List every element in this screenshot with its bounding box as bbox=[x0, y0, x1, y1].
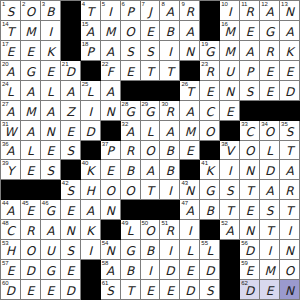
grid-cell-r10c4[interactable]: 42S bbox=[61, 180, 81, 200]
grid-cell-r7c8[interactable]: L bbox=[141, 121, 161, 141]
grid-cell-r13c7[interactable]: G bbox=[121, 240, 141, 260]
grid-cell-r5c4[interactable]: A bbox=[61, 81, 81, 101]
grid-cell-r12c3[interactable]: A bbox=[41, 220, 61, 240]
grid-cell-r10c11[interactable]: G bbox=[200, 180, 220, 200]
cell-letter: B bbox=[160, 144, 179, 160]
grid-cell-r14c13[interactable]: 59E bbox=[240, 260, 260, 280]
grid-cell-r14c9[interactable]: D bbox=[160, 260, 180, 280]
grid-cell-r5c13[interactable]: S bbox=[240, 81, 260, 101]
grid-cell-r2c6[interactable]: M bbox=[101, 21, 121, 41]
grid-cell-r3c13[interactable]: A bbox=[240, 41, 260, 61]
grid-cell-r1c3[interactable]: 3B bbox=[41, 1, 61, 21]
grid-cell-r1c5[interactable]: 4T bbox=[81, 1, 101, 21]
cell-letter: S bbox=[141, 44, 160, 60]
grid-cell-r13c15[interactable]: N bbox=[280, 240, 300, 260]
cell-letter: H bbox=[81, 183, 100, 199]
grid-cell-r14c14[interactable]: M bbox=[260, 260, 280, 280]
cell-letter: E bbox=[121, 64, 140, 80]
grid-cell-r7c2[interactable]: A bbox=[21, 121, 41, 141]
grid-cell-r12c15[interactable]: I bbox=[280, 220, 300, 240]
grid-cell-r2c13[interactable]: E bbox=[240, 21, 260, 41]
cell-letter: G bbox=[141, 104, 160, 120]
grid-cell-r12c8[interactable]: 50O bbox=[141, 220, 161, 240]
grid-cell-r11c6[interactable]: N bbox=[101, 200, 121, 220]
grid-cell-r1c15[interactable]: 13N bbox=[280, 1, 300, 21]
cell-letter: L bbox=[260, 144, 279, 160]
grid-cell-r15c15[interactable]: N bbox=[280, 280, 300, 300]
cell-letter: P bbox=[240, 64, 259, 80]
grid-cell-r5c12[interactable]: N bbox=[220, 81, 240, 101]
grid-cell-r11c10[interactable]: 47A bbox=[180, 200, 200, 220]
cell-letter: E bbox=[101, 163, 120, 179]
grid-cell-r12c4[interactable]: N bbox=[61, 220, 81, 240]
grid-cell-r12c12[interactable]: 52A bbox=[220, 220, 240, 240]
grid-cell-r3c1[interactable]: 17E bbox=[1, 41, 21, 61]
grid-cell-r3c10[interactable]: N bbox=[180, 41, 200, 61]
grid-cell-r15c14[interactable]: E bbox=[260, 280, 280, 300]
cell-letter: S bbox=[101, 283, 120, 299]
cell-letter: E bbox=[240, 263, 259, 279]
cell-letter: L bbox=[200, 243, 219, 259]
grid-cell-r13c3[interactable]: U bbox=[41, 240, 61, 260]
grid-cell-r1c12[interactable]: 10I bbox=[220, 1, 240, 21]
grid-cell-r10c12[interactable]: S bbox=[220, 180, 240, 200]
cell-letter: E bbox=[21, 163, 40, 179]
black-square bbox=[121, 81, 141, 101]
grid-cell-r4c6[interactable]: 22F bbox=[101, 61, 121, 81]
grid-cell-r1c6[interactable]: 5I bbox=[101, 1, 121, 21]
cell-letter: B bbox=[121, 163, 140, 179]
grid-cell-r2c5[interactable]: 15A bbox=[81, 21, 101, 41]
grid-cell-r11c1[interactable]: 44A bbox=[1, 200, 21, 220]
grid-cell-r7c15[interactable]: 35S bbox=[280, 121, 300, 141]
grid-cell-r1c8[interactable]: 7J bbox=[141, 1, 161, 21]
cell-letter: I bbox=[41, 24, 60, 40]
cell-letter: N bbox=[240, 163, 259, 179]
grid-cell-r15c4[interactable]: D bbox=[61, 280, 81, 300]
grid-cell-r14c4[interactable]: E bbox=[61, 260, 81, 280]
grid-cell-r6c4[interactable]: Z bbox=[61, 101, 81, 121]
cell-letter: R bbox=[21, 223, 40, 239]
grid-cell-r10c5[interactable]: H bbox=[81, 180, 101, 200]
cell-letter: T bbox=[160, 64, 179, 80]
grid-cell-r10c6[interactable]: O bbox=[101, 180, 121, 200]
grid-cell-r6c11[interactable]: C bbox=[200, 101, 220, 121]
grid-cell-r9c15[interactable]: A bbox=[280, 160, 300, 180]
grid-cell-r5c6[interactable]: A bbox=[101, 81, 121, 101]
cell-letter: T bbox=[141, 64, 160, 80]
grid-cell-r5c14[interactable]: E bbox=[260, 81, 280, 101]
grid-cell-r3c3[interactable]: K bbox=[41, 41, 61, 61]
cell-letter: S bbox=[260, 203, 279, 219]
cell-letter: G bbox=[41, 263, 60, 279]
cell-letter: K bbox=[280, 44, 299, 60]
cell-letter: E bbox=[141, 24, 160, 40]
cell-letter: R bbox=[160, 223, 179, 239]
black-square bbox=[200, 220, 220, 240]
grid-cell-r3c2[interactable]: E bbox=[21, 41, 41, 61]
grid-cell-r8c14[interactable]: L bbox=[260, 141, 280, 161]
cell-letter: E bbox=[21, 283, 40, 299]
cell-letter: A bbox=[260, 4, 279, 20]
grid-cell-r6c8[interactable]: 29G bbox=[141, 101, 161, 121]
grid-cell-r2c1[interactable]: 14T bbox=[1, 21, 21, 41]
cell-letter: A bbox=[41, 223, 60, 239]
grid-cell-r6c9[interactable]: 30R bbox=[160, 101, 180, 121]
cell-letter: E bbox=[200, 84, 219, 100]
grid-cell-r10c13[interactable]: T bbox=[240, 180, 260, 200]
grid-cell-r7c14[interactable]: 34O bbox=[260, 121, 280, 141]
cell-letter: L bbox=[121, 223, 140, 239]
grid-cell-r4c14[interactable]: E bbox=[260, 61, 280, 81]
cell-letter: E bbox=[141, 283, 160, 299]
grid-cell-r13c11[interactable]: 55L bbox=[200, 240, 220, 260]
black-square bbox=[220, 121, 240, 141]
grid-cell-r14c10[interactable]: E bbox=[180, 260, 200, 280]
cell-letter: N bbox=[61, 223, 80, 239]
cell-letter: N bbox=[220, 84, 239, 100]
grid-cell-r9c2[interactable]: E bbox=[21, 160, 41, 180]
grid-cell-r4c11[interactable]: 23R bbox=[200, 61, 220, 81]
grid-cell-r15c8[interactable]: E bbox=[141, 280, 161, 300]
grid-cell-r1c9[interactable]: 8A bbox=[160, 1, 180, 21]
black-square bbox=[41, 180, 61, 200]
grid-cell-r12c10[interactable]: I bbox=[180, 220, 200, 240]
grid-cell-r5c10[interactable]: 26T bbox=[180, 81, 200, 101]
grid-cell-r13c14[interactable]: I bbox=[260, 240, 280, 260]
grid-cell-r11c15[interactable]: T bbox=[280, 200, 300, 220]
cell-letter: E bbox=[41, 144, 60, 160]
grid-cell-r4c7[interactable]: E bbox=[121, 61, 141, 81]
grid-cell-r4c1[interactable]: 20A bbox=[1, 61, 21, 81]
grid-cell-r2c2[interactable]: M bbox=[21, 21, 41, 41]
grid-cell-r14c8[interactable]: I bbox=[141, 260, 161, 280]
cell-letter: G bbox=[260, 24, 279, 40]
grid-cell-r8c7[interactable]: R bbox=[121, 141, 141, 161]
cell-letter: T bbox=[141, 183, 160, 199]
cell-letter: E bbox=[280, 64, 299, 80]
grid-cell-r14c7[interactable]: B bbox=[121, 260, 141, 280]
grid-cell-r13c9[interactable]: I bbox=[160, 240, 180, 260]
grid-cell-r9c6[interactable]: E bbox=[101, 160, 121, 180]
grid-cell-r10c8[interactable]: T bbox=[141, 180, 161, 200]
grid-cell-r10c10[interactable]: 43N bbox=[180, 180, 200, 200]
grid-cell-r4c9[interactable]: T bbox=[160, 61, 180, 81]
grid-cell-r8c12[interactable]: 38V bbox=[220, 141, 240, 161]
grid-cell-r13c5[interactable]: I bbox=[81, 240, 101, 260]
cell-letter: A bbox=[220, 223, 239, 239]
grid-cell-r4c2[interactable]: G bbox=[21, 61, 41, 81]
cell-letter: I bbox=[280, 223, 299, 239]
grid-cell-r8c9[interactable]: B bbox=[160, 141, 180, 161]
cell-letter: D bbox=[200, 263, 219, 279]
cell-letter: T bbox=[220, 203, 239, 219]
grid-cell-r9c11[interactable]: 41K bbox=[200, 160, 220, 180]
grid-cell-r8c3[interactable]: E bbox=[41, 141, 61, 161]
cell-letter: Y bbox=[1, 163, 20, 179]
grid-cell-r8c13[interactable]: O bbox=[240, 141, 260, 161]
grid-cell-r7c4[interactable]: E bbox=[61, 121, 81, 141]
black-square bbox=[21, 180, 41, 200]
grid-cell-r9c5[interactable]: 40K bbox=[81, 160, 101, 180]
black-square bbox=[121, 200, 141, 220]
grid-cell-r12c9[interactable]: 51R bbox=[160, 220, 180, 240]
grid-cell-r11c4[interactable]: E bbox=[61, 200, 81, 220]
grid-cell-r7c7[interactable]: 32A bbox=[121, 121, 141, 141]
grid-cell-r9c9[interactable]: B bbox=[160, 160, 180, 180]
grid-cell-r6c5[interactable]: I bbox=[81, 101, 101, 121]
grid-cell-r5c1[interactable]: 24L bbox=[1, 81, 21, 101]
grid-cell-r6c6[interactable]: N bbox=[101, 101, 121, 121]
grid-cell-r3c14[interactable]: R bbox=[260, 41, 280, 61]
grid-cell-r13c1[interactable]: 53H bbox=[1, 240, 21, 260]
grid-cell-r5c15[interactable]: D bbox=[280, 81, 300, 101]
grid-cell-r14c11[interactable]: D bbox=[200, 260, 220, 280]
grid-cell-r11c2[interactable]: 45E bbox=[21, 200, 41, 220]
cell-letter: E bbox=[180, 144, 199, 160]
grid-cell-r2c10[interactable]: A bbox=[180, 21, 200, 41]
grid-cell-r9c8[interactable]: A bbox=[141, 160, 161, 180]
cell-letter: S bbox=[200, 283, 219, 299]
cell-letter: S bbox=[280, 124, 299, 140]
grid-cell-r12c1[interactable]: 48C bbox=[1, 220, 21, 240]
grid-cell-r9c13[interactable]: N bbox=[240, 160, 260, 180]
grid-cell-r12c13[interactable]: N bbox=[240, 220, 260, 240]
grid-cell-r12c14[interactable]: T bbox=[260, 220, 280, 240]
grid-cell-r4c3[interactable]: E bbox=[41, 61, 61, 81]
cell-letter: I bbox=[160, 183, 179, 199]
grid-cell-r10c15[interactable]: R bbox=[280, 180, 300, 200]
cell-letter: I bbox=[160, 44, 179, 60]
cell-letter: D bbox=[61, 283, 80, 299]
grid-cell-r4c13[interactable]: P bbox=[240, 61, 260, 81]
grid-cell-r9c3[interactable]: S bbox=[41, 160, 61, 180]
cell-letter: I bbox=[220, 4, 239, 20]
cell-letter: U bbox=[220, 64, 239, 80]
grid-cell-r2c8[interactable]: E bbox=[141, 21, 161, 41]
cell-letter: D bbox=[240, 243, 259, 259]
cell-letter: L bbox=[1, 84, 20, 100]
grid-cell-r1c10[interactable]: 9R bbox=[180, 1, 200, 21]
grid-cell-r15c9[interactable]: E bbox=[160, 280, 180, 300]
grid-cell-r13c8[interactable]: B bbox=[141, 240, 161, 260]
grid-cell-r14c15[interactable]: O bbox=[280, 260, 300, 280]
grid-cell-r13c4[interactable]: S bbox=[61, 240, 81, 260]
grid-cell-r12c5[interactable]: K bbox=[81, 220, 101, 240]
grid-cell-r2c14[interactable]: G bbox=[260, 21, 280, 41]
cell-letter: G bbox=[121, 104, 140, 120]
grid-cell-r12c2[interactable]: R bbox=[21, 220, 41, 240]
cell-letter: T bbox=[260, 223, 279, 239]
grid-cell-r2c15[interactable]: A bbox=[280, 21, 300, 41]
grid-cell-r5c11[interactable]: E bbox=[200, 81, 220, 101]
grid-cell-r3c12[interactable]: M bbox=[220, 41, 240, 61]
grid-cell-r14c3[interactable]: G bbox=[41, 260, 61, 280]
cell-letter: E bbox=[41, 64, 60, 80]
grid-cell-r4c4[interactable]: 21D bbox=[61, 61, 81, 81]
grid-cell-r11c3[interactable]: 46G bbox=[41, 200, 61, 220]
grid-cell-r15c3[interactable]: E bbox=[41, 280, 61, 300]
cell-letter: E bbox=[21, 203, 40, 219]
grid-cell-r4c12[interactable]: U bbox=[220, 61, 240, 81]
grid-cell-r7c13[interactable]: 33C bbox=[240, 121, 260, 141]
grid-cell-r9c12[interactable]: I bbox=[220, 160, 240, 180]
cell-letter: E bbox=[260, 84, 279, 100]
grid-cell-r1c13[interactable]: 11R bbox=[240, 1, 260, 21]
cell-letter: A bbox=[101, 84, 120, 100]
cell-letter: A bbox=[141, 163, 160, 179]
cell-letter: O bbox=[260, 124, 279, 140]
grid-cell-r8c10[interactable]: E bbox=[180, 141, 200, 161]
grid-cell-r3c7[interactable]: S bbox=[121, 41, 141, 61]
grid-cell-r13c10[interactable]: L bbox=[180, 240, 200, 260]
cell-letter: S bbox=[61, 243, 80, 259]
cell-letter: A bbox=[1, 144, 20, 160]
grid-cell-r14c2[interactable]: D bbox=[21, 260, 41, 280]
grid-cell-r11c11[interactable]: B bbox=[200, 200, 220, 220]
grid-cell-r9c14[interactable]: D bbox=[260, 160, 280, 180]
black-square bbox=[200, 141, 220, 161]
grid-cell-r7c3[interactable]: N bbox=[41, 121, 61, 141]
grid-cell-r10c7[interactable]: O bbox=[121, 180, 141, 200]
grid-cell-r15c10[interactable]: D bbox=[180, 280, 200, 300]
grid-cell-r4c15[interactable]: E bbox=[280, 61, 300, 81]
grid-cell-r13c2[interactable]: O bbox=[21, 240, 41, 260]
grid-cell-r9c1[interactable]: 39Y bbox=[1, 160, 21, 180]
grid-cell-r11c5[interactable]: A bbox=[81, 200, 101, 220]
cell-letter: I bbox=[260, 243, 279, 259]
cell-letter: B bbox=[121, 263, 140, 279]
grid-cell-r2c12[interactable]: 16M bbox=[220, 21, 240, 41]
cell-letter: O bbox=[121, 183, 140, 199]
grid-cell-r3c15[interactable]: K bbox=[280, 41, 300, 61]
grid-cell-r9c7[interactable]: B bbox=[121, 160, 141, 180]
grid-cell-r6c10[interactable]: A bbox=[180, 101, 200, 121]
grid-cell-r11c12[interactable]: T bbox=[220, 200, 240, 220]
grid-cell-r8c8[interactable]: O bbox=[141, 141, 161, 161]
grid-cell-r8c1[interactable]: 36A bbox=[1, 141, 21, 161]
grid-cell-r4c8[interactable]: T bbox=[141, 61, 161, 81]
grid-cell-r3c6[interactable]: A bbox=[101, 41, 121, 61]
black-square bbox=[101, 121, 121, 141]
grid-cell-r12c7[interactable]: 49L bbox=[121, 220, 141, 240]
cell-letter: T bbox=[81, 4, 100, 20]
grid-cell-r3c5[interactable]: 18P bbox=[81, 41, 101, 61]
grid-cell-r6c12[interactable]: E bbox=[220, 101, 240, 121]
grid-cell-r2c9[interactable]: B bbox=[160, 21, 180, 41]
cell-letter: G bbox=[41, 203, 60, 219]
grid-cell-r15c11[interactable]: S bbox=[200, 280, 220, 300]
cell-letter: G bbox=[200, 44, 219, 60]
grid-cell-r15c13[interactable]: 62D bbox=[240, 280, 260, 300]
grid-cell-r7c9[interactable]: A bbox=[160, 121, 180, 141]
grid-cell-r7c11[interactable]: O bbox=[200, 121, 220, 141]
cell-letter: M bbox=[220, 24, 239, 40]
cell-letter: I bbox=[160, 243, 179, 259]
grid-cell-r8c2[interactable]: L bbox=[21, 141, 41, 161]
cell-letter: L bbox=[81, 84, 100, 100]
grid-cell-r7c10[interactable]: M bbox=[180, 121, 200, 141]
grid-cell-r11c14[interactable]: S bbox=[260, 200, 280, 220]
grid-cell-r14c1[interactable]: 57E bbox=[1, 260, 21, 280]
grid-cell-r14c6[interactable]: 58A bbox=[101, 260, 121, 280]
cell-letter: A bbox=[180, 203, 199, 219]
grid-cell-r1c14[interactable]: 12A bbox=[260, 1, 280, 21]
cell-letter: S bbox=[61, 183, 80, 199]
grid-cell-r2c7[interactable]: O bbox=[121, 21, 141, 41]
grid-cell-r5c3[interactable]: L bbox=[41, 81, 61, 101]
cell-letter: O bbox=[21, 243, 40, 259]
cell-letter: A bbox=[180, 24, 199, 40]
grid-cell-r1c7[interactable]: 6P bbox=[121, 1, 141, 21]
cell-letter: T bbox=[280, 144, 299, 160]
cell-letter: E bbox=[180, 263, 199, 279]
black-square bbox=[101, 220, 121, 240]
grid-cell-r3c8[interactable]: S bbox=[141, 41, 161, 61]
cell-letter: N bbox=[101, 104, 120, 120]
grid-cell-r5c2[interactable]: A bbox=[21, 81, 41, 101]
cell-letter: A bbox=[101, 44, 120, 60]
grid-cell-r6c3[interactable]: A bbox=[41, 101, 61, 121]
grid-cell-r6c1[interactable]: 27A bbox=[1, 101, 21, 121]
cell-letter: S bbox=[41, 163, 60, 179]
grid-cell-r15c7[interactable]: T bbox=[121, 280, 141, 300]
cell-letter: N bbox=[280, 243, 299, 259]
grid-cell-r15c2[interactable]: E bbox=[21, 280, 41, 300]
cell-letter: P bbox=[121, 4, 140, 20]
grid-cell-r6c7[interactable]: 28G bbox=[121, 101, 141, 121]
black-square bbox=[61, 21, 81, 41]
grid-cell-r13c6[interactable]: 54N bbox=[101, 240, 121, 260]
cell-letter: E bbox=[240, 24, 259, 40]
cell-letter: S bbox=[220, 183, 239, 199]
cell-letter: E bbox=[21, 44, 40, 60]
grid-cell-r3c9[interactable]: I bbox=[160, 41, 180, 61]
grid-cell-r8c6[interactable]: 37P bbox=[101, 141, 121, 161]
cell-letter: D bbox=[260, 163, 279, 179]
grid-cell-r1c1[interactable]: 1S bbox=[1, 1, 21, 21]
grid-cell-r6c2[interactable]: M bbox=[21, 101, 41, 121]
cell-letter: N bbox=[101, 203, 120, 219]
black-square bbox=[260, 101, 280, 121]
cell-letter: E bbox=[220, 104, 239, 120]
cell-letter: R bbox=[121, 144, 140, 160]
grid-cell-r1c2[interactable]: 2O bbox=[21, 1, 41, 21]
grid-cell-r7c5[interactable]: D bbox=[81, 121, 101, 141]
cell-letter: E bbox=[1, 44, 20, 60]
grid-cell-r3c11[interactable]: 19G bbox=[200, 41, 220, 61]
black-square bbox=[141, 200, 161, 220]
grid-cell-r8c15[interactable]: T bbox=[280, 141, 300, 161]
grid-cell-r7c1[interactable]: 31W bbox=[1, 121, 21, 141]
grid-cell-r15c1[interactable]: 60D bbox=[1, 280, 21, 300]
cell-letter: A bbox=[81, 24, 100, 40]
grid-cell-r2c3[interactable]: I bbox=[41, 21, 61, 41]
grid-cell-r10c14[interactable]: A bbox=[260, 180, 280, 200]
cell-letter: D bbox=[180, 283, 199, 299]
grid-cell-r5c5[interactable]: 25L bbox=[81, 81, 101, 101]
cell-letter: B bbox=[200, 203, 219, 219]
grid-cell-r15c6[interactable]: 61S bbox=[101, 280, 121, 300]
grid-cell-r11c13[interactable]: E bbox=[240, 200, 260, 220]
grid-cell-r8c4[interactable]: S bbox=[61, 141, 81, 161]
cell-letter: N bbox=[180, 44, 199, 60]
cell-letter: A bbox=[121, 124, 140, 140]
cell-letter: N bbox=[101, 243, 120, 259]
cell-letter: N bbox=[280, 4, 299, 20]
grid-cell-r13c13[interactable]: 56D bbox=[240, 240, 260, 260]
grid-cell-r10c9[interactable]: I bbox=[160, 180, 180, 200]
